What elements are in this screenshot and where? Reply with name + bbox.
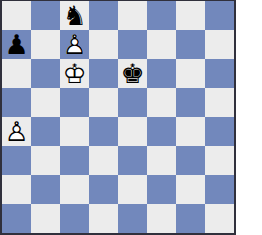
square-a6[interactable] — [2, 59, 31, 88]
square-d6[interactable] — [89, 59, 118, 88]
square-h5[interactable] — [205, 88, 234, 117]
square-f6[interactable] — [147, 59, 176, 88]
square-g2[interactable] — [176, 175, 205, 204]
square-d8[interactable] — [89, 1, 118, 30]
square-c7[interactable]: ♟♙ — [60, 30, 89, 59]
square-e2[interactable] — [118, 175, 147, 204]
square-h3[interactable] — [205, 146, 234, 175]
king-glyph: ♚ — [118, 59, 147, 88]
square-f8[interactable] — [147, 1, 176, 30]
square-h2[interactable] — [205, 175, 234, 204]
square-a8[interactable] — [2, 1, 31, 30]
square-c8[interactable]: ♞ — [60, 1, 89, 30]
piece-white-pawn[interactable]: ♟♙ — [60, 30, 89, 59]
square-e8[interactable] — [118, 1, 147, 30]
square-f3[interactable] — [147, 146, 176, 175]
square-c5[interactable] — [60, 88, 89, 117]
piece-black-king[interactable]: ♚ — [118, 59, 147, 88]
square-d2[interactable] — [89, 175, 118, 204]
square-d1[interactable] — [89, 204, 118, 233]
square-e5[interactable] — [118, 88, 147, 117]
square-c3[interactable] — [60, 146, 89, 175]
square-g6[interactable] — [176, 59, 205, 88]
square-e4[interactable] — [118, 117, 147, 146]
square-b3[interactable] — [31, 146, 60, 175]
square-b7[interactable] — [31, 30, 60, 59]
chess-board: ♞♟♟♙♚♔♚♟♙ — [0, 0, 236, 235]
square-b4[interactable] — [31, 117, 60, 146]
square-f2[interactable] — [147, 175, 176, 204]
square-f4[interactable] — [147, 117, 176, 146]
pawn-glyph: ♙ — [2, 117, 31, 146]
square-f5[interactable] — [147, 88, 176, 117]
square-e3[interactable] — [118, 146, 147, 175]
square-c1[interactable] — [60, 204, 89, 233]
piece-black-knight[interactable]: ♞ — [60, 1, 89, 30]
square-h1[interactable] — [205, 204, 234, 233]
square-h6[interactable] — [205, 59, 234, 88]
square-c4[interactable] — [60, 117, 89, 146]
board-grid: ♞♟♟♙♚♔♚♟♙ — [2, 1, 234, 233]
square-a7[interactable]: ♟ — [2, 30, 31, 59]
square-g1[interactable] — [176, 204, 205, 233]
piece-white-king[interactable]: ♚♔ — [60, 59, 89, 88]
square-c2[interactable] — [60, 175, 89, 204]
square-a5[interactable] — [2, 88, 31, 117]
square-d7[interactable] — [89, 30, 118, 59]
square-b2[interactable] — [31, 175, 60, 204]
square-a4[interactable]: ♟♙ — [2, 117, 31, 146]
square-d4[interactable] — [89, 117, 118, 146]
square-b5[interactable] — [31, 88, 60, 117]
piece-black-pawn[interactable]: ♟ — [2, 30, 31, 59]
square-f7[interactable] — [147, 30, 176, 59]
square-c6[interactable]: ♚♔ — [60, 59, 89, 88]
king-glyph: ♔ — [60, 59, 89, 88]
square-e6[interactable]: ♚ — [118, 59, 147, 88]
square-h4[interactable] — [205, 117, 234, 146]
square-e1[interactable] — [118, 204, 147, 233]
square-b8[interactable] — [31, 1, 60, 30]
square-h8[interactable] — [205, 1, 234, 30]
square-a2[interactable] — [2, 175, 31, 204]
square-g7[interactable] — [176, 30, 205, 59]
square-g8[interactable] — [176, 1, 205, 30]
square-g3[interactable] — [176, 146, 205, 175]
square-b6[interactable] — [31, 59, 60, 88]
piece-white-pawn[interactable]: ♟♙ — [2, 117, 31, 146]
chess-diagram-window: ♞♟♟♙♚♔♚♟♙ — [0, 0, 262, 235]
square-g5[interactable] — [176, 88, 205, 117]
square-d3[interactable] — [89, 146, 118, 175]
pawn-glyph: ♙ — [60, 30, 89, 59]
square-a1[interactable] — [2, 204, 31, 233]
square-g4[interactable] — [176, 117, 205, 146]
square-f1[interactable] — [147, 204, 176, 233]
square-e7[interactable] — [118, 30, 147, 59]
knight-glyph: ♞ — [60, 1, 89, 30]
square-d5[interactable] — [89, 88, 118, 117]
square-b1[interactable] — [31, 204, 60, 233]
square-a3[interactable] — [2, 146, 31, 175]
pawn-glyph: ♟ — [2, 30, 31, 59]
square-h7[interactable] — [205, 30, 234, 59]
